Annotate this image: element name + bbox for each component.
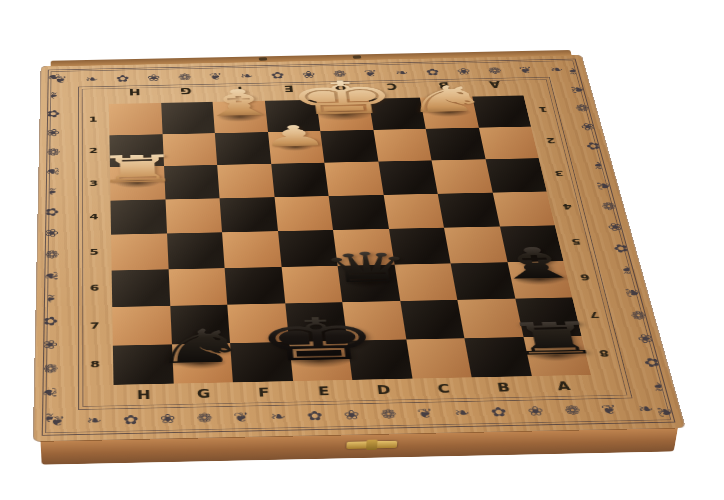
rank-label-right-6: 6: [572, 272, 599, 282]
square-c3[interactable]: [378, 160, 438, 194]
rank-label-left-6: 6: [82, 283, 107, 293]
file-label-bottom-a: A: [548, 380, 579, 394]
square-f4[interactable]: [220, 197, 278, 232]
square-b6[interactable]: [451, 262, 515, 300]
rank-label-right-8: 8: [590, 348, 618, 359]
square-b3[interactable]: [432, 159, 493, 193]
rank-label-left-7: 7: [82, 320, 107, 331]
chess-board: ❦ ❧ ✿ ❀ ❁ ❦ ❧ ✿ ❀ ❁ ❦ ❧ ✿ ❀ ❁ ❦ ❧ ✿ ❀ ❁ …: [34, 55, 685, 441]
file-label-bottom-b: B: [488, 381, 519, 395]
white-rook-icon: ♜: [93, 150, 181, 189]
vine-border-left: ❦ ❧ ✿ ❀ ❁ ❦ ❧ ✿ ❀ ❁ ❦ ❧ ✿ ❀ ❁ ❦ ❧ ✿ ❀ ❁ …: [35, 73, 66, 430]
rank-label-left-5: 5: [82, 247, 106, 257]
square-e4[interactable]: [274, 196, 333, 231]
square-g6[interactable]: [168, 268, 227, 306]
rank-label-left-8: 8: [82, 359, 108, 370]
rank-label-right-2: 2: [538, 136, 563, 145]
file-label-bottom-d: D: [369, 383, 399, 397]
file-label-top-h: H: [122, 86, 146, 96]
rank-label-left-4: 4: [82, 212, 106, 222]
square-b7[interactable]: [457, 299, 523, 338]
square-g5[interactable]: [167, 232, 225, 269]
square-a2[interactable]: [478, 126, 538, 159]
square-b4[interactable]: [438, 192, 500, 227]
square-d4[interactable]: [329, 195, 389, 230]
file-label-bottom-e: E: [309, 385, 339, 399]
rank-label-right-4: 4: [554, 202, 580, 212]
square-c7[interactable]: [400, 300, 465, 339]
file-label-bottom-h: H: [129, 388, 158, 402]
square-d7[interactable]: [342, 301, 405, 340]
file-label-bottom-c: C: [429, 382, 459, 396]
square-h5[interactable]: [111, 233, 168, 270]
square-c4[interactable]: [383, 193, 444, 228]
rank-label-left-1: 1: [82, 115, 105, 124]
square-e8[interactable]: [289, 340, 353, 381]
square-f3[interactable]: [217, 164, 274, 198]
board-back-edge: [51, 50, 572, 67]
white-pawn-figure: ♟: [207, 115, 382, 149]
hinge-left-icon: [259, 57, 268, 60]
perspective-scene: ❦ ❧ ✿ ❀ ❁ ❦ ❧ ✿ ❀ ❁ ❦ ❧ ✿ ❀ ❁ ❦ ❧ ✿ ❀ ❁ …: [0, 0, 724, 500]
square-a3[interactable]: [485, 158, 547, 192]
square-d8[interactable]: [347, 339, 412, 380]
square-g8[interactable]: [171, 343, 232, 384]
square-a8[interactable]: [523, 335, 591, 376]
square-d3[interactable]: [324, 162, 383, 196]
rank-label-right-3: 3: [546, 169, 572, 178]
board-front-edge: [41, 428, 679, 465]
square-g4[interactable]: [165, 198, 222, 233]
white-pawn-icon: ♟: [259, 121, 331, 151]
square-f8[interactable]: [230, 342, 293, 383]
square-a7[interactable]: [515, 297, 582, 336]
square-h8[interactable]: [113, 344, 173, 385]
square-c8[interactable]: [406, 338, 472, 379]
square-g7[interactable]: [170, 305, 230, 344]
white-rook-figure: ♜: [50, 141, 225, 184]
rank-label-right-1: 1: [531, 105, 556, 114]
square-h6[interactable]: [112, 269, 170, 307]
file-label-bottom-g: G: [189, 387, 218, 401]
square-a4[interactable]: [492, 191, 555, 226]
square-e7[interactable]: [285, 302, 347, 341]
vine-border-bottom: ❦ ❧ ✿ ❀ ❁ ❦ ❧ ✿ ❀ ❁ ❦ ❧ ✿ ❀ ❁ ❦ ❧ ✿ ❀ ❁ …: [49, 399, 666, 431]
hinge-right-icon: [352, 55, 361, 58]
chess-box-photo: ❦ ❧ ✿ ❀ ❁ ❦ ❧ ✿ ❀ ❁ ❦ ❧ ✿ ❀ ❁ ❦ ❧ ✿ ❀ ❁ …: [0, 0, 724, 500]
square-h4[interactable]: [110, 199, 166, 234]
square-h7[interactable]: [112, 306, 171, 345]
square-c6[interactable]: [394, 263, 457, 301]
square-f7[interactable]: [227, 303, 288, 342]
file-label-bottom-f: F: [249, 386, 278, 400]
square-b2[interactable]: [426, 127, 486, 160]
square-e3[interactable]: [271, 163, 329, 197]
brass-latch[interactable]: [346, 441, 397, 449]
rank-label-right-7: 7: [581, 309, 609, 320]
square-b8[interactable]: [464, 337, 531, 378]
white-king-figure: ♚: [255, 64, 429, 116]
square-a6[interactable]: [507, 261, 572, 299]
